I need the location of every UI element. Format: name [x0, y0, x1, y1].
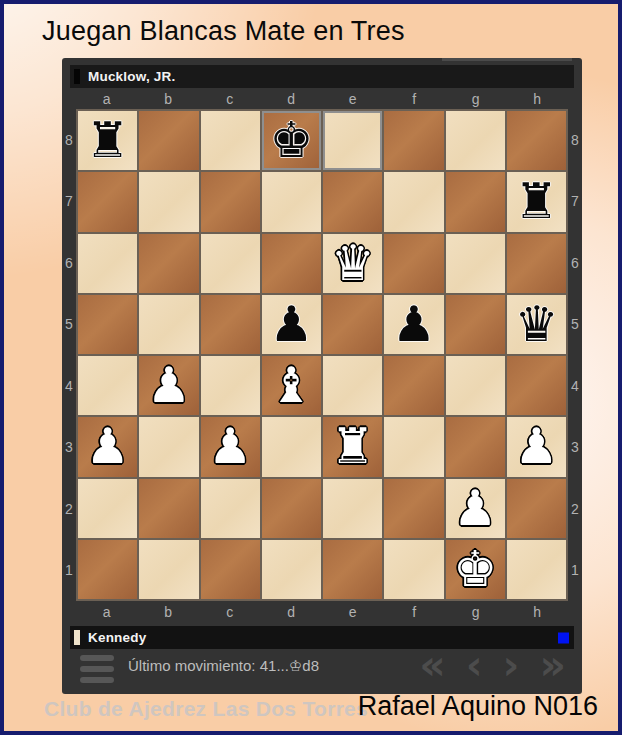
square-g2[interactable]: ♟	[446, 479, 505, 538]
square-b1[interactable]	[139, 540, 198, 599]
square-g8[interactable]	[446, 111, 505, 170]
rank-label-8: 8	[568, 109, 582, 171]
square-f2[interactable]	[384, 479, 443, 538]
square-e6[interactable]: ♛	[323, 234, 382, 293]
panel-top-strip	[442, 58, 572, 61]
square-c5[interactable]	[201, 295, 260, 354]
piece-white-rook: ♜	[331, 422, 375, 471]
file-labels-bottom: abcdefgh	[76, 601, 568, 622]
square-h1[interactable]	[507, 540, 566, 599]
white-player-name: Kennedy	[88, 630, 146, 645]
rank-label-6: 6	[568, 232, 582, 294]
file-label-c: c	[199, 88, 261, 109]
square-d8[interactable]: ♚	[262, 111, 321, 170]
chess-board: ♜♚♜♛♟♟♛♟♝♟♟♜♟♟♚	[76, 109, 568, 601]
square-c1[interactable]	[201, 540, 260, 599]
chess-widget-panel: Mucklow, JR. abcdefgh 87654321 87654321 …	[62, 58, 582, 694]
rank-label-7: 7	[568, 171, 582, 233]
square-c3[interactable]: ♟	[201, 417, 260, 476]
black-side-marker-icon	[74, 69, 80, 84]
rank-label-2: 2	[568, 478, 582, 540]
rank-label-5: 5	[62, 294, 76, 356]
square-e7[interactable]	[323, 172, 382, 231]
square-e2[interactable]	[323, 479, 382, 538]
square-f6[interactable]	[384, 234, 443, 293]
square-h2[interactable]	[507, 479, 566, 538]
page-title: Juegan Blancas Mate en Tres	[42, 16, 405, 47]
rank-label-7: 7	[62, 171, 76, 233]
square-b5[interactable]	[139, 295, 198, 354]
piece-black-king: ♚	[269, 116, 313, 165]
square-b2[interactable]	[139, 479, 198, 538]
square-b8[interactable]	[139, 111, 198, 170]
square-d2[interactable]	[262, 479, 321, 538]
piece-white-pawn: ♟	[147, 361, 191, 410]
square-f8[interactable]	[384, 111, 443, 170]
rank-label-3: 3	[62, 417, 76, 479]
file-label-f: f	[384, 601, 446, 622]
square-h5[interactable]: ♛	[507, 295, 566, 354]
file-label-g: g	[445, 601, 507, 622]
piece-black-rook: ♜	[514, 177, 558, 226]
square-a4[interactable]	[78, 356, 137, 415]
file-label-g: g	[445, 88, 507, 109]
square-e1[interactable]	[323, 540, 382, 599]
rank-labels-right: 87654321	[568, 109, 582, 601]
piece-white-bishop: ♝	[269, 361, 313, 410]
rank-label-4: 4	[62, 355, 76, 417]
square-c8[interactable]	[201, 111, 260, 170]
square-f1[interactable]	[384, 540, 443, 599]
square-e3[interactable]: ♜	[323, 417, 382, 476]
square-b6[interactable]	[139, 234, 198, 293]
rank-label-2: 2	[62, 478, 76, 540]
rank-label-8: 8	[62, 109, 76, 171]
square-e4[interactable]	[323, 356, 382, 415]
piece-black-queen: ♛	[514, 300, 558, 349]
square-c2[interactable]	[201, 479, 260, 538]
square-b4[interactable]: ♟	[139, 356, 198, 415]
white-side-marker-icon	[74, 630, 80, 645]
piece-black-pawn: ♟	[392, 300, 436, 349]
square-b3[interactable]	[139, 417, 198, 476]
square-a1[interactable]	[78, 540, 137, 599]
square-b7[interactable]	[139, 172, 198, 231]
square-a7[interactable]	[78, 172, 137, 231]
piece-white-pawn: ♟	[514, 422, 558, 471]
file-label-f: f	[384, 88, 446, 109]
file-label-h: h	[507, 601, 569, 622]
file-label-a: a	[76, 88, 138, 109]
puzzle-page: { "game": "chess", "title": "Juegan Blan…	[0, 0, 622, 735]
square-c4[interactable]	[201, 356, 260, 415]
square-c6[interactable]	[201, 234, 260, 293]
square-e8[interactable]	[323, 111, 382, 170]
square-a8[interactable]: ♜	[78, 111, 137, 170]
square-h6[interactable]	[507, 234, 566, 293]
rank-labels-left: 87654321	[62, 109, 76, 601]
square-g1[interactable]: ♚	[446, 540, 505, 599]
square-a6[interactable]	[78, 234, 137, 293]
file-label-b: b	[138, 88, 200, 109]
square-g5[interactable]	[446, 295, 505, 354]
author-label: Rafael Aquino N016	[358, 691, 598, 722]
menu-icon[interactable]	[80, 655, 114, 688]
last-move-button[interactable]: »	[540, 643, 567, 688]
rank-label-1: 1	[62, 540, 76, 602]
square-d1[interactable]	[262, 540, 321, 599]
square-d5[interactable]: ♟	[262, 295, 321, 354]
square-a5[interactable]	[78, 295, 137, 354]
square-g4[interactable]	[446, 356, 505, 415]
square-g7[interactable]	[446, 172, 505, 231]
file-label-e: e	[322, 88, 384, 109]
controls-bar: Último movimiento: 41...♔d8 « ‹ › »	[62, 649, 582, 694]
rank-label-5: 5	[568, 294, 582, 356]
square-d3[interactable]	[262, 417, 321, 476]
square-d4[interactable]: ♝	[262, 356, 321, 415]
file-label-h: h	[507, 88, 569, 109]
rank-label-6: 6	[62, 232, 76, 294]
prev-move-button[interactable]: ‹	[466, 643, 483, 688]
square-f7[interactable]	[384, 172, 443, 231]
file-label-d: d	[261, 88, 323, 109]
piece-white-queen: ♛	[331, 239, 375, 288]
square-e5[interactable]	[323, 295, 382, 354]
square-g3[interactable]	[446, 417, 505, 476]
next-move-button[interactable]: ›	[503, 643, 520, 688]
piece-black-rook: ♜	[86, 116, 130, 165]
piece-white-pawn: ♟	[208, 422, 252, 471]
square-d6[interactable]	[262, 234, 321, 293]
square-a3[interactable]: ♟	[78, 417, 137, 476]
square-f4[interactable]	[384, 356, 443, 415]
piece-black-pawn: ♟	[269, 300, 313, 349]
file-label-b: b	[138, 601, 200, 622]
piece-white-pawn: ♟	[453, 484, 497, 533]
square-c7[interactable]	[201, 172, 260, 231]
file-label-a: a	[76, 601, 138, 622]
rank-label-3: 3	[568, 417, 582, 479]
rank-label-4: 4	[568, 355, 582, 417]
black-player-name: Mucklow, JR.	[88, 69, 175, 84]
player-bar-black: Mucklow, JR.	[70, 65, 574, 88]
file-label-d: d	[261, 601, 323, 622]
square-h7[interactable]: ♜	[507, 172, 566, 231]
last-move-label: Último movimiento: 41...♔d8	[128, 657, 319, 675]
club-watermark: Club de Ajedrez Las Dos Torres	[44, 697, 368, 721]
square-d7[interactable]	[262, 172, 321, 231]
piece-white-king: ♚	[453, 545, 497, 594]
square-a2[interactable]	[78, 479, 137, 538]
file-label-e: e	[322, 601, 384, 622]
first-move-button[interactable]: «	[419, 643, 446, 688]
move-navigation: « ‹ › »	[419, 643, 566, 688]
square-h8[interactable]	[507, 111, 566, 170]
square-f5[interactable]: ♟	[384, 295, 443, 354]
square-f3[interactable]	[384, 417, 443, 476]
piece-white-pawn: ♟	[86, 422, 130, 471]
file-label-c: c	[199, 601, 261, 622]
rank-label-1: 1	[568, 540, 582, 602]
square-g6[interactable]	[446, 234, 505, 293]
file-labels-top: abcdefgh	[76, 88, 568, 109]
square-h3[interactable]: ♟	[507, 417, 566, 476]
square-h4[interactable]	[507, 356, 566, 415]
